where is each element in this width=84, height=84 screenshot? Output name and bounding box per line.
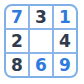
cell-r3c3[interactable]: 9	[54, 54, 76, 76]
cell-r2c2[interactable]	[30, 30, 52, 52]
cell-r1c1[interactable]: 7	[6, 6, 28, 28]
cell-r2c1[interactable]: 2	[6, 30, 28, 52]
sudoku-board: 7 3 1 2 4 8 6 9	[4, 4, 78, 78]
cell-r3c1[interactable]: 8	[6, 54, 28, 76]
cell-r2c3[interactable]: 4	[54, 30, 76, 52]
cell-r1c2[interactable]: 3	[30, 6, 52, 28]
cell-r3c2[interactable]: 6	[30, 54, 52, 76]
cell-r1c3[interactable]: 1	[54, 6, 76, 28]
sudoku-icon: 7 3 1 2 4 8 6 9	[0, 0, 84, 84]
